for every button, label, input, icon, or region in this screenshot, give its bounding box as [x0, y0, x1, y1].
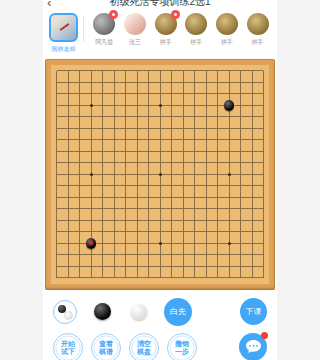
board-cell[interactable]: [246, 238, 258, 250]
board-cell[interactable]: [51, 169, 63, 181]
board-cell[interactable]: [85, 157, 97, 169]
board-cell[interactable]: [120, 203, 132, 215]
board-cell[interactable]: [235, 261, 247, 273]
board-cell[interactable]: [143, 100, 155, 112]
board-cell[interactable]: [246, 215, 258, 227]
board-cell[interactable]: [97, 238, 109, 250]
board-cell[interactable]: [74, 134, 86, 146]
board-cell[interactable]: [108, 77, 120, 89]
board-cell[interactable]: [200, 238, 212, 250]
board-cell[interactable]: [258, 65, 270, 77]
board-cell[interactable]: [235, 169, 247, 181]
board-cell[interactable]: [154, 192, 166, 204]
board-cell[interactable]: [212, 123, 224, 135]
board-cell[interactable]: [62, 146, 74, 158]
board-cell[interactable]: [177, 215, 189, 227]
board-cell[interactable]: [85, 169, 97, 181]
board-cell[interactable]: [51, 203, 63, 215]
board-cell[interactable]: [235, 77, 247, 89]
board-cell[interactable]: [85, 192, 97, 204]
clear-board-button[interactable]: 清空 棋盘: [129, 333, 159, 360]
board-cell[interactable]: [131, 134, 143, 146]
board-cell[interactable]: [246, 146, 258, 158]
board-cell[interactable]: [120, 88, 132, 100]
board-cell[interactable]: [154, 134, 166, 146]
board-cell[interactable]: [97, 134, 109, 146]
board-cell[interactable]: [200, 203, 212, 215]
board-cell[interactable]: [108, 123, 120, 135]
board-cell[interactable]: [74, 261, 86, 273]
board-cell[interactable]: [131, 215, 143, 227]
board-cell[interactable]: [85, 134, 97, 146]
board-cell[interactable]: [154, 238, 166, 250]
board-cell[interactable]: [212, 272, 224, 284]
board-cell[interactable]: [189, 215, 201, 227]
avatar[interactable]: [185, 13, 207, 35]
board-cell[interactable]: [131, 77, 143, 89]
board-cell[interactable]: [120, 272, 132, 284]
board-cell[interactable]: [246, 134, 258, 146]
board-cell[interactable]: [177, 123, 189, 135]
board-cell[interactable]: [62, 261, 74, 273]
board-cell[interactable]: [154, 180, 166, 192]
board-cell[interactable]: [166, 88, 178, 100]
board-cell[interactable]: [62, 203, 74, 215]
board-cell[interactable]: [62, 111, 74, 123]
board-cell[interactable]: [120, 238, 132, 250]
go-board[interactable]: [45, 59, 276, 290]
go-board-grid[interactable]: [51, 65, 270, 284]
board-cell[interactable]: [51, 146, 63, 158]
board-cell[interactable]: [223, 272, 235, 284]
board-cell[interactable]: [51, 249, 63, 261]
board-cell[interactable]: [51, 180, 63, 192]
board-cell[interactable]: [212, 169, 224, 181]
board-cell[interactable]: [62, 88, 74, 100]
board-cell[interactable]: [143, 123, 155, 135]
board-cell[interactable]: [177, 180, 189, 192]
board-cell[interactable]: [212, 203, 224, 215]
board-cell[interactable]: [120, 100, 132, 112]
board-cell[interactable]: [62, 226, 74, 238]
board-cell[interactable]: [120, 180, 132, 192]
student-item[interactable]: 阿凡提: [91, 13, 117, 47]
chat-button[interactable]: [239, 333, 267, 360]
board-cell[interactable]: [212, 88, 224, 100]
board-cell[interactable]: [166, 169, 178, 181]
board-cell[interactable]: [85, 226, 97, 238]
board-cell[interactable]: [143, 65, 155, 77]
board-cell[interactable]: [85, 146, 97, 158]
board-cell[interactable]: [51, 238, 63, 250]
board-cell[interactable]: [166, 100, 178, 112]
board-cell[interactable]: [189, 272, 201, 284]
board-cell[interactable]: [212, 192, 224, 204]
board-cell[interactable]: [223, 65, 235, 77]
board-cell[interactable]: [120, 123, 132, 135]
board-cell[interactable]: [223, 203, 235, 215]
board-cell[interactable]: [108, 65, 120, 77]
board-cell[interactable]: [212, 77, 224, 89]
board-cell[interactable]: [200, 192, 212, 204]
board-cell[interactable]: [62, 157, 74, 169]
board-cell[interactable]: [246, 249, 258, 261]
student-item[interactable]: 棋手: [245, 13, 271, 47]
board-cell[interactable]: [258, 226, 270, 238]
board-cell[interactable]: [235, 65, 247, 77]
board-cell[interactable]: [223, 180, 235, 192]
board-cell[interactable]: [51, 134, 63, 146]
board-cell[interactable]: [108, 226, 120, 238]
board-cell[interactable]: [108, 111, 120, 123]
board-cell[interactable]: [131, 226, 143, 238]
board-cell[interactable]: [212, 215, 224, 227]
board-cell[interactable]: [246, 88, 258, 100]
board-cell[interactable]: [74, 123, 86, 135]
board-cell[interactable]: [51, 192, 63, 204]
board-cell[interactable]: [200, 169, 212, 181]
board-cell[interactable]: [258, 272, 270, 284]
board-cell[interactable]: [120, 249, 132, 261]
board-cell[interactable]: [51, 100, 63, 112]
board-cell[interactable]: [120, 77, 132, 89]
board-cell[interactable]: [143, 215, 155, 227]
board-cell[interactable]: [131, 88, 143, 100]
board-cell[interactable]: [258, 77, 270, 89]
board-cell[interactable]: [143, 226, 155, 238]
board-cell[interactable]: [62, 134, 74, 146]
board-cell[interactable]: [189, 157, 201, 169]
board-cell[interactable]: [189, 146, 201, 158]
board-cell[interactable]: [143, 88, 155, 100]
board-cell[interactable]: [108, 261, 120, 273]
board-cell[interactable]: [258, 157, 270, 169]
board-cell[interactable]: [51, 65, 63, 77]
board-cell[interactable]: [246, 203, 258, 215]
board-cell[interactable]: [97, 249, 109, 261]
avatar[interactable]: [124, 13, 146, 35]
board-cell[interactable]: [177, 261, 189, 273]
board-cell[interactable]: [143, 238, 155, 250]
board-cell[interactable]: [62, 123, 74, 135]
view-record-button[interactable]: 查看 棋谱: [91, 333, 121, 360]
board-cell[interactable]: [120, 134, 132, 146]
board-cell[interactable]: [200, 100, 212, 112]
board-cell[interactable]: [97, 192, 109, 204]
board-cell[interactable]: [108, 169, 120, 181]
student-item[interactable]: 棋手: [183, 13, 209, 47]
board-cell[interactable]: [177, 111, 189, 123]
board-cell[interactable]: [74, 146, 86, 158]
board-cell[interactable]: [131, 261, 143, 273]
board-cell[interactable]: [223, 77, 235, 89]
board-cell[interactable]: [131, 123, 143, 135]
board-cell[interactable]: [120, 215, 132, 227]
board-cell[interactable]: [189, 238, 201, 250]
board-cell[interactable]: [62, 249, 74, 261]
board-cell[interactable]: [235, 111, 247, 123]
board-cell[interactable]: [97, 123, 109, 135]
board-cell[interactable]: [120, 157, 132, 169]
board-cell[interactable]: [166, 157, 178, 169]
board-cell[interactable]: [74, 77, 86, 89]
board-cell[interactable]: [189, 226, 201, 238]
board-cell[interactable]: [62, 215, 74, 227]
board-cell[interactable]: [258, 192, 270, 204]
board-cell[interactable]: [51, 272, 63, 284]
board-cell[interactable]: [166, 134, 178, 146]
board-cell[interactable]: [143, 180, 155, 192]
board-cell[interactable]: [177, 203, 189, 215]
board-cell[interactable]: [246, 272, 258, 284]
board-cell[interactable]: [97, 88, 109, 100]
board-cell[interactable]: [131, 157, 143, 169]
board-cell[interactable]: [62, 65, 74, 77]
board-cell[interactable]: [74, 226, 86, 238]
board-cell[interactable]: [74, 272, 86, 284]
board-cell[interactable]: [177, 226, 189, 238]
board-cell[interactable]: [166, 203, 178, 215]
board-cell[interactable]: [189, 203, 201, 215]
board-cell[interactable]: [85, 123, 97, 135]
board-cell[interactable]: [154, 88, 166, 100]
board-cell[interactable]: [258, 203, 270, 215]
board-cell[interactable]: [189, 180, 201, 192]
board-cell[interactable]: [120, 261, 132, 273]
board-cell[interactable]: [108, 157, 120, 169]
start-trial-button[interactable]: 开始 试下: [53, 333, 83, 360]
board-cell[interactable]: [154, 100, 166, 112]
board-cell[interactable]: [200, 65, 212, 77]
board-cell[interactable]: [62, 192, 74, 204]
board-cell[interactable]: [189, 192, 201, 204]
board-cell[interactable]: [258, 238, 270, 250]
board-cell[interactable]: [212, 146, 224, 158]
board-cell[interactable]: [166, 65, 178, 77]
board-cell[interactable]: [223, 134, 235, 146]
board-cell[interactable]: [62, 238, 74, 250]
board-cell[interactable]: [189, 88, 201, 100]
board-cell[interactable]: [223, 100, 235, 112]
board-cell[interactable]: [177, 238, 189, 250]
board-cell[interactable]: [131, 65, 143, 77]
board-cell[interactable]: [223, 123, 235, 135]
board-cell[interactable]: [154, 65, 166, 77]
board-cell[interactable]: [235, 215, 247, 227]
board-cell[interactable]: [223, 261, 235, 273]
board-cell[interactable]: [51, 111, 63, 123]
board-cell[interactable]: [212, 111, 224, 123]
board-cell[interactable]: [212, 180, 224, 192]
board-cell[interactable]: [154, 146, 166, 158]
board-cell[interactable]: [246, 65, 258, 77]
board-cell[interactable]: [154, 203, 166, 215]
board-cell[interactable]: [120, 192, 132, 204]
board-cell[interactable]: [189, 261, 201, 273]
board-cell[interactable]: [143, 157, 155, 169]
board-cell[interactable]: [189, 134, 201, 146]
board-cell[interactable]: [177, 272, 189, 284]
board-cell[interactable]: [246, 77, 258, 89]
board-cell[interactable]: [177, 65, 189, 77]
board-cell[interactable]: [235, 100, 247, 112]
board-cell[interactable]: [108, 100, 120, 112]
board-cell[interactable]: [200, 272, 212, 284]
board-cell[interactable]: [166, 272, 178, 284]
board-cell[interactable]: [258, 180, 270, 192]
board-cell[interactable]: [258, 215, 270, 227]
board-cell[interactable]: [166, 111, 178, 123]
board-cell[interactable]: [51, 261, 63, 273]
board-cell[interactable]: [223, 157, 235, 169]
board-cell[interactable]: [131, 100, 143, 112]
board-cell[interactable]: [51, 123, 63, 135]
board-cell[interactable]: [51, 157, 63, 169]
board-cell[interactable]: [120, 146, 132, 158]
board-cell[interactable]: [85, 215, 97, 227]
board-cell[interactable]: [235, 249, 247, 261]
board-cell[interactable]: [97, 226, 109, 238]
black-stone-mode-button[interactable]: [90, 300, 114, 324]
board-cell[interactable]: [166, 238, 178, 250]
board-cell[interactable]: [223, 249, 235, 261]
board-cell[interactable]: [258, 111, 270, 123]
board-cell[interactable]: [143, 192, 155, 204]
board-cell[interactable]: [246, 169, 258, 181]
board-cell[interactable]: [166, 192, 178, 204]
board-cell[interactable]: [154, 272, 166, 284]
board-cell[interactable]: [143, 169, 155, 181]
undo-button[interactable]: 撤销 一步: [167, 333, 197, 360]
board-cell[interactable]: [177, 134, 189, 146]
board-cell[interactable]: [200, 111, 212, 123]
board-cell[interactable]: [212, 157, 224, 169]
board-cell[interactable]: [143, 203, 155, 215]
board-cell[interactable]: [177, 88, 189, 100]
board-cell[interactable]: [212, 238, 224, 250]
board-cell[interactable]: [246, 180, 258, 192]
board-cell[interactable]: [143, 146, 155, 158]
board-cell[interactable]: [246, 100, 258, 112]
board-cell[interactable]: [74, 111, 86, 123]
board-cell[interactable]: [62, 77, 74, 89]
white-stone-mode-button[interactable]: [127, 300, 151, 324]
board-cell[interactable]: [85, 88, 97, 100]
board-cell[interactable]: [143, 261, 155, 273]
board-cell[interactable]: [258, 261, 270, 273]
board-cell[interactable]: [235, 123, 247, 135]
avatar[interactable]: [216, 13, 238, 35]
board-cell[interactable]: [223, 192, 235, 204]
board-cell[interactable]: [143, 134, 155, 146]
board-cell[interactable]: [235, 157, 247, 169]
board-cell[interactable]: [189, 111, 201, 123]
alternate-stone-mode-button[interactable]: [53, 300, 77, 324]
board-cell[interactable]: [166, 77, 178, 89]
board-cell[interactable]: [189, 77, 201, 89]
board-cell[interactable]: [258, 146, 270, 158]
board-cell[interactable]: [235, 272, 247, 284]
board-cell[interactable]: [108, 134, 120, 146]
board-cell[interactable]: [108, 238, 120, 250]
board-cell[interactable]: [154, 157, 166, 169]
board-cell[interactable]: [85, 238, 97, 250]
board-cell[interactable]: [131, 238, 143, 250]
board-cell[interactable]: [223, 238, 235, 250]
board-cell[interactable]: [85, 272, 97, 284]
board-cell[interactable]: [258, 123, 270, 135]
board-cell[interactable]: [131, 249, 143, 261]
board-cell[interactable]: [166, 261, 178, 273]
board-cell[interactable]: [120, 226, 132, 238]
board-cell[interactable]: [108, 180, 120, 192]
board-cell[interactable]: [97, 272, 109, 284]
board-cell[interactable]: [200, 249, 212, 261]
board-cell[interactable]: [154, 226, 166, 238]
board-cell[interactable]: [154, 249, 166, 261]
board-cell[interactable]: [223, 226, 235, 238]
board-cell[interactable]: [212, 261, 224, 273]
board-cell[interactable]: [223, 111, 235, 123]
board-cell[interactable]: [166, 226, 178, 238]
end-class-button[interactable]: 下课: [240, 298, 267, 325]
board-cell[interactable]: [177, 157, 189, 169]
student-item[interactable]: 张三: [122, 13, 148, 47]
board-cell[interactable]: [200, 157, 212, 169]
board-cell[interactable]: [51, 88, 63, 100]
board-cell[interactable]: [200, 180, 212, 192]
board-cell[interactable]: [85, 249, 97, 261]
board-cell[interactable]: [177, 249, 189, 261]
board-cell[interactable]: [97, 146, 109, 158]
board-cell[interactable]: [74, 65, 86, 77]
board-cell[interactable]: [177, 169, 189, 181]
board-cell[interactable]: [131, 272, 143, 284]
board-cell[interactable]: [154, 123, 166, 135]
board-cell[interactable]: [131, 111, 143, 123]
board-cell[interactable]: [97, 111, 109, 123]
board-cell[interactable]: [177, 77, 189, 89]
board-cell[interactable]: [97, 203, 109, 215]
board-cell[interactable]: [97, 180, 109, 192]
board-cell[interactable]: [235, 192, 247, 204]
board-cell[interactable]: [212, 226, 224, 238]
board-cell[interactable]: [74, 238, 86, 250]
board-cell[interactable]: [246, 261, 258, 273]
board-cell[interactable]: [223, 146, 235, 158]
board-cell[interactable]: [246, 111, 258, 123]
board-cell[interactable]: [166, 249, 178, 261]
avatar[interactable]: [155, 13, 177, 35]
teacher-video-thumbnail[interactable]: [49, 13, 78, 42]
board-cell[interactable]: [200, 77, 212, 89]
board-cell[interactable]: [154, 261, 166, 273]
board-cell[interactable]: [131, 146, 143, 158]
board-cell[interactable]: [166, 180, 178, 192]
board-cell[interactable]: [85, 261, 97, 273]
board-cell[interactable]: [212, 65, 224, 77]
board-cell[interactable]: [154, 77, 166, 89]
board-cell[interactable]: [97, 169, 109, 181]
board-cell[interactable]: [74, 100, 86, 112]
board-cell[interactable]: [235, 146, 247, 158]
board-cell[interactable]: [97, 261, 109, 273]
board-cell[interactable]: [246, 192, 258, 204]
board-cell[interactable]: [258, 88, 270, 100]
avatar[interactable]: [247, 13, 269, 35]
board-cell[interactable]: [51, 226, 63, 238]
board-cell[interactable]: [108, 249, 120, 261]
